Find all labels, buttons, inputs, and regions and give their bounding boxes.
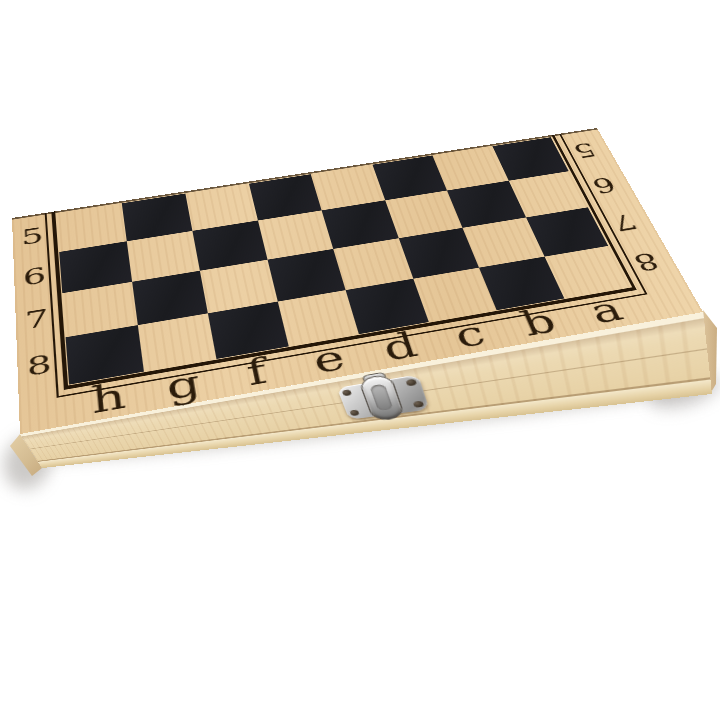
rank-label-left-6: 6 xyxy=(14,253,57,301)
rank-label-left-7: 7 xyxy=(15,294,59,345)
rank-label-left-5: 5 xyxy=(12,214,53,259)
product-photo: 5678 5678 hgfedcba xyxy=(0,0,720,720)
rank-label-left-8: 8 xyxy=(17,338,63,393)
